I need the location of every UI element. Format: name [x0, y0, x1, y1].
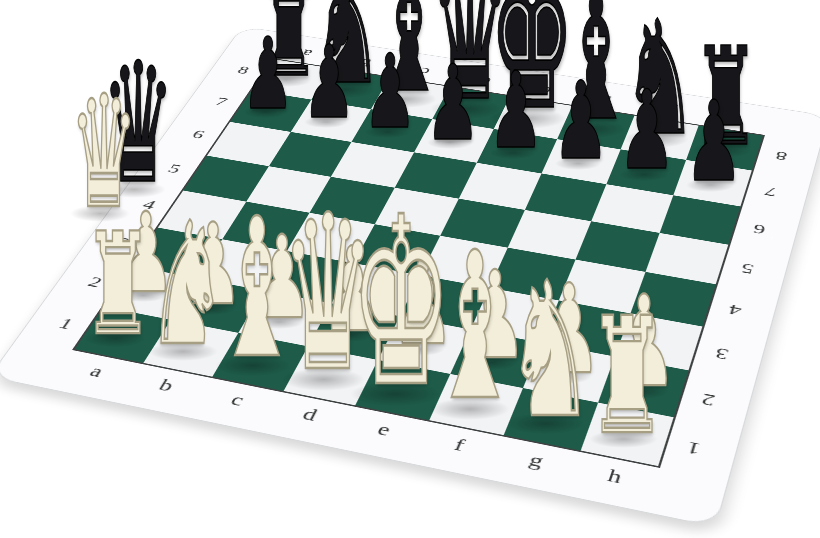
- piece-white-rook[interactable]: ♜: [83, 213, 153, 354]
- piece-black-pawn[interactable]: ♟: [552, 69, 609, 176]
- piece-black-pawn[interactable]: ♟: [242, 25, 294, 124]
- piece-white-rook[interactable]: ♜: [588, 296, 668, 457]
- piece-black-pawn[interactable]: ♟: [618, 78, 676, 187]
- piece-black-pawn[interactable]: ♟: [363, 42, 417, 144]
- piece-white-knight[interactable]: ♞: [506, 257, 595, 444]
- chess-set-photo: abcdefgh abcdefgh 87654321 87654321 ♜♞♝♛…: [0, 0, 820, 538]
- piece-black-pawn[interactable]: ♟: [684, 87, 743, 198]
- piece-black-pawn[interactable]: ♟: [425, 51, 480, 155]
- piece-black-pawn[interactable]: ♟: [488, 60, 544, 165]
- piece-black-pawn[interactable]: ♟: [302, 33, 355, 133]
- pieces-layer: ♜♞♝♛♚♝♞♜♟♟♟♟♟♟♟♟♟♟♟♟♟♟♟♟♜♞♝♛♚♝♞♜♛♛: [0, 0, 820, 538]
